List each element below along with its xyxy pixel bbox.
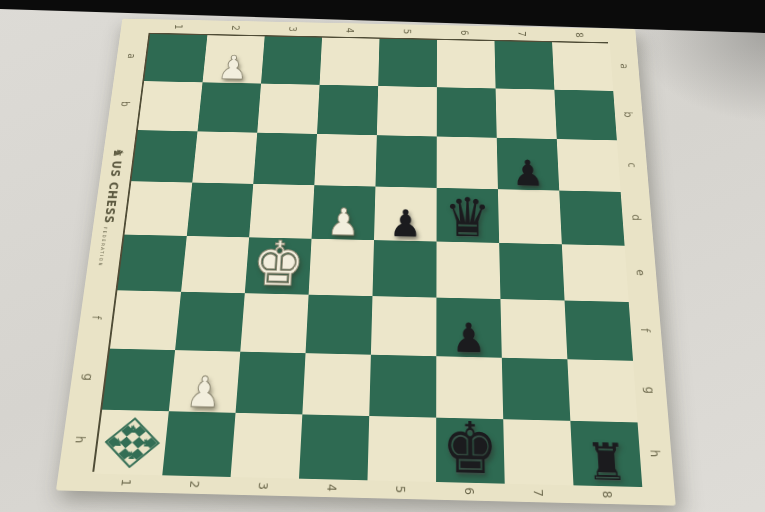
square-f5 [371,296,437,356]
piece-white-pawn-a2: ♟ [217,53,250,83]
square-e8 [562,244,629,302]
file-label-e-right: e [634,269,646,276]
board-mat: ♟♟♟♟♛♚♟♟♞♞♞♞♚♜ ♞ US CHESS FEDERATION 112… [56,19,676,506]
square-h5 [367,416,436,482]
square-a8 [552,42,613,91]
square-a2: ♟ [203,35,265,83]
file-label-c-left: c [112,151,124,156]
file-label-g-left: g [82,373,95,380]
emblem-knight-icon: ♞ [112,436,124,447]
file-label-d-right: d [630,214,642,221]
piece-black-pawn-c7: ♟ [512,157,545,190]
square-e5 [372,240,436,297]
piece-black-rook-h8: ♜ [585,439,629,486]
square-h6: ♚ [436,418,505,484]
square-b3 [257,84,319,134]
rank-label-5-bottom: 5 [393,485,406,493]
square-c1 [131,130,197,182]
square-f4 [306,295,373,355]
piece-black-pawn-f6: ♟ [452,319,486,356]
square-c3 [253,133,317,186]
square-e4 [309,239,374,296]
piece-white-pawn-d4: ♟ [327,205,361,239]
square-c8 [557,139,621,192]
square-g7 [502,358,571,421]
file-label-f-right: f [639,328,652,332]
square-d2 [187,183,253,238]
corner-knight-emblem: ♞♞♞♞ [104,417,159,468]
square-c5 [375,135,436,188]
square-g5 [369,355,436,418]
square-a7 [494,41,554,90]
file-label-a-right: a [618,63,629,69]
square-b2 [198,82,262,132]
photo-chessboard-scene: { "game": "chess", "board": { "style": "… [0,0,765,512]
square-f8 [565,301,633,361]
rank-label-1-top: 1 [172,24,183,30]
square-b4 [317,85,378,135]
piece-white-king-e3: ♚ [250,237,306,293]
piece-black-king-h6: ♚ [442,418,499,483]
square-d6: ♛ [437,188,500,243]
us-chess-logo-text: US CHESS [102,160,125,224]
square-b5 [377,86,437,136]
square-h8: ♜ [570,421,642,487]
file-label-g-right: g [643,386,656,393]
square-a1 [144,34,207,82]
square-h7 [503,419,573,485]
file-label-f-left: f [90,315,103,319]
square-c7: ♟ [497,138,560,191]
square-h1: ♞♞♞♞ [94,410,169,476]
square-g2: ♟ [169,350,240,413]
rank-label-6-top: 6 [459,30,470,36]
square-d7 [498,189,562,244]
square-g1 [102,349,175,412]
piece-black-pawn-d5: ♟ [389,206,422,240]
board-grid: ♟♟♟♟♛♚♟♟♞♞♞♞♚♜ [92,33,640,485]
square-a3 [261,36,322,84]
federation-logo-text: FEDERATION [97,227,108,267]
square-f2 [175,292,245,352]
square-d4: ♟ [312,185,376,240]
tablecloth-shadow [627,29,765,125]
square-f1 [110,290,181,350]
square-b7 [496,88,557,139]
file-label-b-right: b [622,111,634,117]
square-f3 [240,293,308,353]
square-b8 [554,90,616,141]
rank-label-4-bottom: 4 [324,483,337,491]
emblem-knight-icon: ♞ [127,424,139,435]
square-e2 [181,236,249,293]
rank-label-1-bottom: 1 [118,478,132,486]
square-a5 [378,39,437,87]
rank-label-7-bottom: 7 [531,488,544,496]
file-label-a-left: a [126,53,138,58]
square-e6 [436,242,500,300]
square-a4 [320,38,380,86]
square-e1 [117,235,186,292]
square-d1 [125,181,193,236]
square-a6 [437,40,496,88]
file-label-b-left: b [119,101,131,107]
piece-black-queen-d6: ♛ [444,193,491,242]
file-label-h-right: h [648,449,661,457]
rank-label-4-top: 4 [344,27,355,33]
square-g4 [302,353,371,416]
square-h3 [231,413,303,479]
square-h4 [299,414,369,480]
square-g3 [236,352,306,415]
rank-label-3-top: 3 [287,26,298,32]
square-g8 [567,359,637,422]
rank-label-8-top: 8 [573,32,584,38]
square-h2 [162,411,235,477]
square-d8 [559,191,624,246]
square-e3: ♚ [245,237,312,294]
square-c6 [437,136,498,189]
rank-label-3-bottom: 3 [256,482,269,490]
square-f7 [500,299,567,359]
square-c4 [314,134,377,187]
emblem-knight-icon: ♞ [140,437,152,448]
rank-label-5-top: 5 [401,28,412,34]
rank-label-2-bottom: 2 [187,480,201,488]
file-label-h-left: h [73,435,87,443]
emblem-knight-icon: ♞ [125,450,137,461]
square-b1 [138,81,203,131]
square-b6 [437,87,497,138]
square-c2 [192,131,257,183]
file-label-c-right: c [626,162,638,167]
square-d5: ♟ [374,187,437,242]
piece-white-pawn-g2: ♟ [185,373,223,412]
square-f6: ♟ [436,298,501,358]
rank-label-2-top: 2 [229,25,240,31]
square-e7 [499,243,564,301]
rank-label-7-top: 7 [516,31,527,37]
